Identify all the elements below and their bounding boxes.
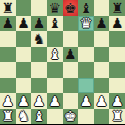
square-e1[interactable]: ♚ bbox=[63, 109, 79, 125]
square-g5[interactable] bbox=[94, 47, 110, 63]
square-g7[interactable]: ♟ bbox=[94, 16, 110, 32]
square-f8[interactable]: ♝ bbox=[78, 0, 94, 16]
square-d4[interactable] bbox=[47, 62, 63, 78]
square-b7[interactable]: ♟ bbox=[16, 16, 32, 32]
square-a4[interactable] bbox=[0, 62, 16, 78]
piece-black-bishop[interactable]: ♝ bbox=[48, 16, 61, 30]
chess-board: ♜♛♚♝♜♟♟♟♝♛♟♟♞♝♟♟♟♟♟♟♟♟♜♞♝♚♜ bbox=[0, 0, 125, 124]
square-d1[interactable] bbox=[47, 109, 63, 125]
square-f6[interactable] bbox=[78, 31, 94, 47]
square-e2[interactable] bbox=[63, 93, 79, 109]
piece-white-bishop[interactable]: ♝ bbox=[48, 47, 61, 61]
square-b6[interactable] bbox=[16, 31, 32, 47]
square-h8[interactable]: ♜ bbox=[109, 0, 125, 16]
square-g4[interactable] bbox=[94, 62, 110, 78]
square-c4[interactable] bbox=[31, 62, 47, 78]
square-f1[interactable] bbox=[78, 109, 94, 125]
square-a8[interactable]: ♜ bbox=[0, 0, 16, 16]
square-f5[interactable] bbox=[78, 47, 94, 63]
square-e7[interactable] bbox=[63, 16, 79, 32]
square-h6[interactable] bbox=[109, 31, 125, 47]
square-f7[interactable]: ♛ bbox=[78, 16, 94, 32]
square-c1[interactable]: ♝ bbox=[31, 109, 47, 125]
square-h1[interactable]: ♜ bbox=[109, 109, 125, 125]
square-h2[interactable]: ♟ bbox=[109, 93, 125, 109]
square-e4[interactable] bbox=[63, 62, 79, 78]
square-g8[interactable] bbox=[94, 0, 110, 16]
square-a2[interactable]: ♟ bbox=[0, 93, 16, 109]
square-b5[interactable] bbox=[16, 47, 32, 63]
square-g1[interactable] bbox=[94, 109, 110, 125]
piece-black-pawn[interactable]: ♟ bbox=[111, 16, 124, 30]
square-d5[interactable]: ♝ bbox=[47, 47, 63, 63]
square-d6[interactable] bbox=[47, 31, 63, 47]
square-c2[interactable]: ♟ bbox=[31, 93, 47, 109]
piece-white-pawn[interactable]: ♟ bbox=[95, 93, 108, 107]
piece-black-pawn[interactable]: ♟ bbox=[64, 47, 77, 61]
piece-white-pawn[interactable]: ♟ bbox=[48, 93, 61, 107]
square-d8[interactable]: ♛ bbox=[47, 0, 63, 16]
piece-white-rook[interactable]: ♜ bbox=[2, 109, 15, 123]
square-g6[interactable] bbox=[94, 31, 110, 47]
piece-black-rook[interactable]: ♜ bbox=[2, 0, 15, 14]
square-b1[interactable]: ♞ bbox=[16, 109, 32, 125]
square-g2[interactable]: ♟ bbox=[94, 93, 110, 109]
square-d7[interactable]: ♝ bbox=[47, 16, 63, 32]
piece-white-knight[interactable]: ♞ bbox=[17, 109, 30, 123]
piece-black-rook[interactable]: ♜ bbox=[111, 0, 124, 14]
square-b4[interactable] bbox=[16, 62, 32, 78]
square-e8[interactable]: ♚ bbox=[63, 0, 79, 16]
piece-white-pawn[interactable]: ♟ bbox=[17, 93, 30, 107]
piece-black-pawn[interactable]: ♟ bbox=[33, 16, 46, 30]
square-c6[interactable]: ♞ bbox=[31, 31, 47, 47]
square-c5[interactable] bbox=[31, 47, 47, 63]
square-f3[interactable] bbox=[78, 78, 94, 94]
square-a7[interactable]: ♟ bbox=[0, 16, 16, 32]
square-g3[interactable] bbox=[94, 78, 110, 94]
square-a5[interactable] bbox=[0, 47, 16, 63]
piece-white-queen[interactable]: ♛ bbox=[80, 16, 93, 30]
piece-white-pawn[interactable]: ♟ bbox=[2, 93, 15, 107]
piece-black-pawn[interactable]: ♟ bbox=[2, 16, 15, 30]
square-d2[interactable]: ♟ bbox=[47, 93, 63, 109]
piece-black-king[interactable]: ♚ bbox=[64, 0, 77, 14]
piece-black-queen[interactable]: ♛ bbox=[48, 0, 61, 14]
piece-black-knight[interactable]: ♞ bbox=[33, 31, 46, 45]
piece-black-pawn[interactable]: ♟ bbox=[95, 16, 108, 30]
square-d3[interactable] bbox=[47, 78, 63, 94]
square-f4[interactable] bbox=[78, 62, 94, 78]
square-f2[interactable]: ♟ bbox=[78, 93, 94, 109]
piece-white-pawn[interactable]: ♟ bbox=[33, 93, 46, 107]
square-h7[interactable]: ♟ bbox=[109, 16, 125, 32]
square-b3[interactable] bbox=[16, 78, 32, 94]
piece-white-rook[interactable]: ♜ bbox=[111, 109, 124, 123]
square-e5[interactable]: ♟ bbox=[63, 47, 79, 63]
piece-white-pawn[interactable]: ♟ bbox=[80, 93, 93, 107]
square-e3[interactable] bbox=[63, 78, 79, 94]
piece-black-bishop[interactable]: ♝ bbox=[80, 0, 93, 14]
square-a6[interactable] bbox=[0, 31, 16, 47]
square-a1[interactable]: ♜ bbox=[0, 109, 16, 125]
piece-black-pawn[interactable]: ♟ bbox=[17, 16, 30, 30]
square-h4[interactable] bbox=[109, 62, 125, 78]
square-b2[interactable]: ♟ bbox=[16, 93, 32, 109]
square-e6[interactable] bbox=[63, 31, 79, 47]
square-b8[interactable] bbox=[16, 0, 32, 16]
square-h3[interactable] bbox=[109, 78, 125, 94]
piece-white-king[interactable]: ♚ bbox=[64, 109, 77, 123]
square-c8[interactable] bbox=[31, 0, 47, 16]
square-h5[interactable] bbox=[109, 47, 125, 63]
square-a3[interactable] bbox=[0, 78, 16, 94]
piece-white-bishop[interactable]: ♝ bbox=[33, 109, 46, 123]
piece-white-pawn[interactable]: ♟ bbox=[111, 93, 124, 107]
square-c7[interactable]: ♟ bbox=[31, 16, 47, 32]
square-c3[interactable] bbox=[31, 78, 47, 94]
